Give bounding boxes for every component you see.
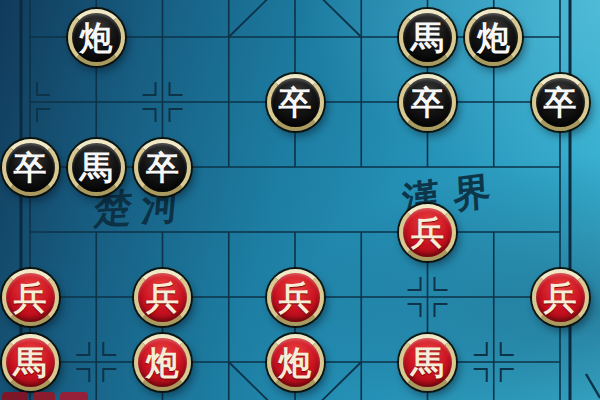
black-soldier-g4[interactable]: 卒 xyxy=(399,74,456,131)
red-soldier-g6[interactable]: 兵 xyxy=(399,204,456,261)
black-horse-b5[interactable]: 馬 xyxy=(68,139,125,196)
red-soldier-e7[interactable]: 兵 xyxy=(267,269,324,326)
black-cannon-h3[interactable]: 炮 xyxy=(465,9,522,66)
red-cannon-e8[interactable]: 炮 xyxy=(267,334,324,391)
red-horse-a8[interactable]: 馬 xyxy=(2,334,59,391)
black-horse-g3[interactable]: 馬 xyxy=(399,9,456,66)
piece-layer: 炮馬炮卒卒卒卒馬卒兵兵兵兵兵馬炮炮馬 xyxy=(0,5,593,395)
black-soldier-c5[interactable]: 卒 xyxy=(134,139,191,196)
black-soldier-e4[interactable]: 卒 xyxy=(267,74,324,131)
red-soldier-c7[interactable]: 兵 xyxy=(134,269,191,326)
black-soldier-a5[interactable]: 卒 xyxy=(2,139,59,196)
watermark-sliver xyxy=(2,392,94,400)
red-soldier-a7[interactable]: 兵 xyxy=(2,269,59,326)
xiangqi-board: 楚河 漢界 炮馬炮卒卒卒卒馬卒兵兵兵兵兵馬炮炮馬 xyxy=(0,0,600,400)
black-soldier-i4[interactable]: 卒 xyxy=(532,74,589,131)
red-horse-g8[interactable]: 馬 xyxy=(399,334,456,391)
red-cannon-c8[interactable]: 炮 xyxy=(134,334,191,391)
red-soldier-i7[interactable]: 兵 xyxy=(532,269,589,326)
black-cannon-b3[interactable]: 炮 xyxy=(68,9,125,66)
